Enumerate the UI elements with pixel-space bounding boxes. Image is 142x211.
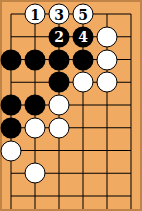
black-stone-move-4: 4 — [73, 26, 94, 47]
white-stone-move-5: 5 — [73, 4, 94, 25]
white-stone — [25, 163, 46, 184]
black-stone — [1, 117, 22, 138]
white-stone — [97, 26, 118, 47]
white-stone — [97, 49, 118, 70]
go-diagram: 13524 — [0, 0, 142, 211]
black-stone-move-2: 2 — [49, 26, 70, 47]
black-stone — [49, 49, 70, 70]
white-stone — [1, 140, 22, 161]
black-stone — [1, 95, 22, 116]
black-stone — [1, 49, 22, 70]
white-stone — [49, 95, 70, 116]
white-stone — [25, 117, 46, 138]
black-stone — [25, 49, 46, 70]
white-stone-move-1: 1 — [25, 4, 46, 25]
white-stone-move-3: 3 — [49, 4, 70, 25]
white-stone — [73, 72, 94, 93]
black-stone — [49, 72, 70, 93]
black-stone — [73, 49, 94, 70]
white-stone — [97, 72, 118, 93]
go-board: 13524 — [0, 0, 142, 211]
black-stone — [25, 95, 46, 116]
white-stone — [49, 117, 70, 138]
